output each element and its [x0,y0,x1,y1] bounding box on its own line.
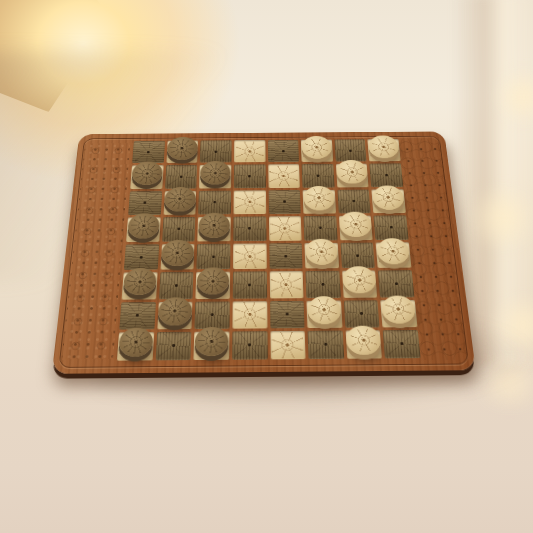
square-r8c4[interactable] [232,331,267,360]
square-r2c1[interactable] [130,165,163,188]
square-r8c6[interactable] [308,330,344,359]
light-piece[interactable] [303,186,335,210]
square-r1c2[interactable] [166,140,198,163]
square-r8c7[interactable] [345,330,382,359]
square-r7c4[interactable] [232,301,267,329]
square-r6c7[interactable] [342,271,378,298]
square-r1c8[interactable] [368,139,401,162]
square-r8c3[interactable] [194,331,230,360]
square-r3c3[interactable] [198,190,231,214]
light-piece[interactable] [336,160,368,184]
square-r5c7[interactable] [340,243,375,269]
square-r4c3[interactable] [197,216,230,241]
square-r8c5[interactable] [270,331,306,360]
square-r8c8[interactable] [383,330,421,359]
board-grid [117,139,421,361]
square-r2c5[interactable] [268,164,300,187]
square-r5c2[interactable] [160,244,194,270]
square-r4c1[interactable] [126,217,160,242]
square-r4c6[interactable] [304,216,338,241]
dark-piece[interactable] [200,161,231,185]
square-r6c1[interactable] [122,272,158,299]
square-r3c8[interactable] [372,189,406,213]
light-piece[interactable] [301,136,332,159]
light-piece[interactable] [381,295,416,323]
square-r7c5[interactable] [270,300,305,328]
dark-piece[interactable] [194,327,228,356]
square-r8c2[interactable] [155,332,191,361]
square-r1c1[interactable] [132,141,165,164]
square-r3c6[interactable] [303,189,336,213]
dark-piece[interactable] [158,297,192,325]
square-r4c4[interactable] [233,216,266,241]
square-r1c5[interactable] [268,140,300,163]
square-r3c4[interactable] [233,190,265,214]
square-r2c3[interactable] [199,165,231,188]
square-r6c5[interactable] [269,271,303,298]
square-r6c2[interactable] [159,272,194,299]
dark-piece[interactable] [131,162,163,186]
square-r5c5[interactable] [269,243,303,269]
light-piece[interactable] [376,238,410,264]
dark-piece[interactable] [118,327,154,356]
square-r3c5[interactable] [268,190,301,214]
square-r6c8[interactable] [378,270,414,297]
dark-piece[interactable] [161,240,194,266]
square-r4c7[interactable] [339,215,373,240]
square-r8c1[interactable] [117,332,154,361]
dark-piece[interactable] [167,137,198,160]
square-r5c6[interactable] [305,243,339,269]
square-r2c2[interactable] [165,165,198,188]
checkers-board [52,131,476,373]
light-piece[interactable] [305,239,338,265]
light-piece[interactable] [368,136,400,159]
square-r3c2[interactable] [163,190,196,214]
dark-piece[interactable] [127,213,160,238]
square-r1c7[interactable] [334,139,367,162]
dark-piece[interactable] [196,268,229,295]
square-r7c2[interactable] [157,301,193,329]
square-r2c6[interactable] [302,164,335,187]
photo-scene [0,0,533,533]
light-piece[interactable] [339,212,372,237]
square-r5c8[interactable] [376,242,411,268]
square-r4c2[interactable] [162,217,196,242]
square-r2c8[interactable] [370,164,404,187]
dark-piece[interactable] [123,268,157,295]
square-r5c3[interactable] [197,244,231,270]
square-r7c7[interactable] [344,300,380,328]
square-r7c8[interactable] [381,299,418,327]
square-r3c1[interactable] [128,191,162,215]
light-piece[interactable] [342,267,376,294]
square-r1c3[interactable] [200,140,232,163]
square-r7c6[interactable] [307,300,343,328]
square-r4c5[interactable] [269,216,302,241]
square-r5c4[interactable] [233,243,266,269]
light-piece[interactable] [346,326,382,355]
square-r1c4[interactable] [234,140,265,163]
square-r2c7[interactable] [336,164,369,187]
square-r6c4[interactable] [233,272,267,299]
light-piece[interactable] [307,296,341,324]
square-r6c6[interactable] [306,271,341,298]
square-r6c3[interactable] [196,272,230,299]
square-r7c1[interactable] [119,302,155,330]
dark-piece[interactable] [198,213,230,238]
square-r3c7[interactable] [337,189,371,213]
square-r1c6[interactable] [301,140,333,163]
square-r5c1[interactable] [124,244,159,270]
dark-piece[interactable] [164,187,196,211]
light-piece[interactable] [372,185,405,209]
square-r2c4[interactable] [234,165,266,188]
square-r7c3[interactable] [195,301,230,329]
board-scene [52,86,476,372]
square-r4c8[interactable] [374,215,409,240]
